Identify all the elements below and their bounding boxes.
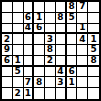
cell-r7c8[interactable] xyxy=(77,67,88,78)
cell-r1c4[interactable] xyxy=(34,2,45,13)
cell-r2c9[interactable] xyxy=(88,13,99,24)
cell-r1c7[interactable]: 8 xyxy=(67,2,78,13)
cell-r9c5[interactable] xyxy=(45,88,56,99)
cell-r3c9[interactable] xyxy=(88,24,99,35)
cell-r1c2[interactable] xyxy=(13,2,24,13)
cell-r1c5[interactable] xyxy=(45,2,56,13)
cell-r4c3[interactable] xyxy=(24,34,35,45)
cell-r1c1[interactable] xyxy=(2,2,13,13)
cell-r6c2[interactable]: 1 xyxy=(13,56,24,67)
cell-r2c8[interactable] xyxy=(77,13,88,24)
cell-r3c8[interactable]: 1 xyxy=(77,24,88,35)
cell-r6c8[interactable] xyxy=(77,56,88,67)
cell-r7c2[interactable]: 5 xyxy=(13,67,24,78)
cell-r5c3[interactable] xyxy=(24,45,35,56)
cell-r3c4[interactable]: 6 xyxy=(34,24,45,35)
cell-r5c4[interactable] xyxy=(34,45,45,56)
cell-r4c6[interactable] xyxy=(56,34,67,45)
cell-r6c6[interactable] xyxy=(56,56,67,67)
cell-r3c2[interactable] xyxy=(13,24,24,35)
cell-r9c4[interactable] xyxy=(34,88,45,99)
cell-r5c6[interactable] xyxy=(56,45,67,56)
cell-r5c2[interactable] xyxy=(13,45,24,56)
cell-r7c6[interactable]: 4 xyxy=(56,67,67,78)
cell-r1c9[interactable] xyxy=(88,2,99,13)
cell-r8c4[interactable]: 8 xyxy=(34,77,45,88)
cell-r8c7[interactable]: 1 xyxy=(67,77,78,88)
cell-r4c1[interactable]: 2 xyxy=(2,34,13,45)
cell-r4c4[interactable] xyxy=(34,34,45,45)
cell-r7c4[interactable] xyxy=(34,67,45,78)
cell-r2c4[interactable]: 1 xyxy=(34,13,45,24)
cell-r5c7[interactable] xyxy=(67,45,78,56)
cell-r8c2[interactable] xyxy=(13,77,24,88)
cell-r9c3[interactable]: 1 xyxy=(24,88,35,99)
cell-r8c6[interactable]: 3 xyxy=(56,77,67,88)
cell-r4c7[interactable] xyxy=(67,34,78,45)
cell-r3c6[interactable] xyxy=(56,24,67,35)
cell-r2c1[interactable] xyxy=(2,13,13,24)
cell-r7c9[interactable] xyxy=(88,67,99,78)
cell-r8c1[interactable] xyxy=(2,77,13,88)
cell-r6c5[interactable]: 2 xyxy=(45,56,56,67)
cell-r5c1[interactable]: 9 xyxy=(2,45,13,56)
cell-r4c8[interactable]: 4 xyxy=(77,34,88,45)
cell-r2c6[interactable]: 8 xyxy=(56,13,67,24)
cell-r4c5[interactable]: 3 xyxy=(45,34,56,45)
cell-r9c8[interactable] xyxy=(77,88,88,99)
cell-r7c3[interactable] xyxy=(24,67,35,78)
cell-r8c5[interactable] xyxy=(45,77,56,88)
cell-r1c3[interactable] xyxy=(24,2,35,13)
cell-r7c1[interactable] xyxy=(2,67,13,78)
cell-r7c7[interactable]: 6 xyxy=(67,67,78,78)
cell-r2c7[interactable]: 5 xyxy=(67,13,78,24)
cell-r4c2[interactable] xyxy=(13,34,24,45)
cell-r5c8[interactable] xyxy=(77,45,88,56)
cell-r1c6[interactable] xyxy=(56,2,67,13)
cell-r2c2[interactable] xyxy=(13,13,24,24)
cell-r6c1[interactable]: 6 xyxy=(2,56,13,67)
cell-r8c9[interactable] xyxy=(88,77,99,88)
cell-r9c9[interactable] xyxy=(88,88,99,99)
cell-r5c9[interactable]: 5 xyxy=(88,45,99,56)
cell-r9c7[interactable] xyxy=(67,88,78,99)
cell-r3c1[interactable] xyxy=(2,24,13,35)
sudoku-board: 87618546123419856128546783121 xyxy=(0,0,101,101)
cell-r9c2[interactable]: 2 xyxy=(13,88,24,99)
cell-r5c5[interactable]: 8 xyxy=(45,45,56,56)
cell-r9c6[interactable] xyxy=(56,88,67,99)
cell-r3c5[interactable] xyxy=(45,24,56,35)
cell-r2c3[interactable]: 6 xyxy=(24,13,35,24)
cell-r3c7[interactable] xyxy=(67,24,78,35)
cell-r4c9[interactable]: 1 xyxy=(88,34,99,45)
cell-r1c8[interactable]: 7 xyxy=(77,2,88,13)
cell-r8c3[interactable]: 7 xyxy=(24,77,35,88)
cell-r9c1[interactable] xyxy=(2,88,13,99)
cell-r7c5[interactable] xyxy=(45,67,56,78)
cell-r6c3[interactable] xyxy=(24,56,35,67)
cell-r8c8[interactable] xyxy=(77,77,88,88)
cell-r2c5[interactable] xyxy=(45,13,56,24)
cell-r6c9[interactable]: 8 xyxy=(88,56,99,67)
cell-r3c3[interactable]: 4 xyxy=(24,24,35,35)
cell-r6c4[interactable] xyxy=(34,56,45,67)
cell-r6c7[interactable] xyxy=(67,56,78,67)
